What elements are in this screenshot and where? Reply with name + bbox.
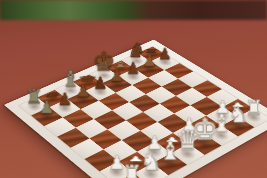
square-a1[interactable]: ♜ <box>115 173 150 178</box>
white-rook-a1[interactable]: ♜ <box>113 162 151 178</box>
photo-scene: ♜♟♟♜♞♟♟♞♝♟♟♝♚♟♟♚♛♟♟♛♝♟♟♝♞♟♟♞♜♟♟♜ <box>0 0 267 178</box>
black-pawn-a7[interactable]: ♟ <box>30 99 64 116</box>
square-e4[interactable] <box>143 104 174 122</box>
square-d5[interactable] <box>112 102 143 120</box>
foliage-background <box>0 0 267 20</box>
